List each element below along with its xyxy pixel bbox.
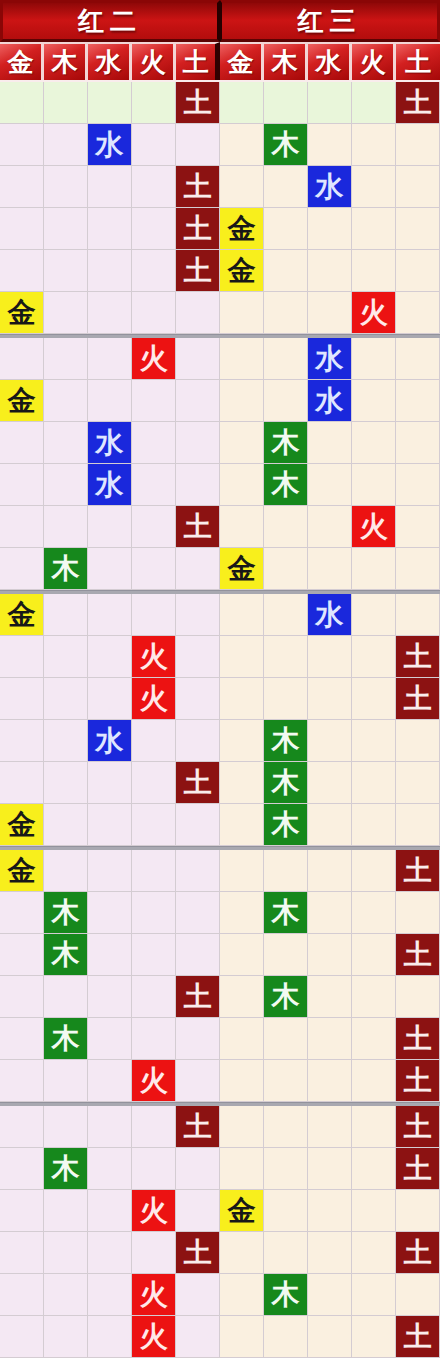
water-mark: 水 [88, 422, 132, 464]
empty-cell [132, 422, 176, 464]
empty-cell [264, 338, 308, 380]
wood-mark: 木 [264, 804, 308, 846]
empty-cell [88, 1018, 132, 1060]
metal-mark: 金 [0, 292, 44, 334]
table-row: 水木 [0, 124, 440, 166]
column-header-fire-hong-er: 火 [132, 42, 176, 80]
empty-cell [176, 892, 220, 934]
empty-cell [220, 678, 264, 720]
empty-cell [176, 1060, 220, 1102]
empty-cell [220, 976, 264, 1018]
earth-mark: 土 [396, 1232, 440, 1274]
empty-cell [44, 82, 88, 124]
table-row: 木土 [0, 1148, 440, 1190]
empty-cell [396, 594, 440, 636]
empty-cell [264, 250, 308, 292]
column-header-earth-hong-san: 土 [396, 42, 440, 80]
empty-cell [176, 1274, 220, 1316]
earth-mark: 土 [176, 166, 220, 208]
empty-cell [44, 850, 88, 892]
empty-cell [308, 636, 352, 678]
earth-mark: 土 [396, 1018, 440, 1060]
empty-cell [0, 1060, 44, 1102]
empty-cell [308, 548, 352, 590]
empty-cell [0, 250, 44, 292]
empty-cell [132, 1232, 176, 1274]
empty-cell [220, 506, 264, 548]
table-row: 土土 [0, 1106, 440, 1148]
empty-cell [88, 166, 132, 208]
empty-cell [44, 1274, 88, 1316]
empty-cell [88, 208, 132, 250]
empty-cell [0, 934, 44, 976]
empty-cell [352, 166, 396, 208]
empty-cell [220, 594, 264, 636]
empty-cell [132, 1106, 176, 1148]
trend-grid: 土土水木土水土金土金金火火水金水水木水木土火木金金水火土火土水木土木金木金土木木… [0, 82, 440, 1358]
empty-cell [44, 594, 88, 636]
fire-mark: 火 [352, 292, 396, 334]
earth-mark: 土 [396, 850, 440, 892]
empty-cell [44, 250, 88, 292]
empty-cell [352, 762, 396, 804]
group-header-hong-san: 红三 [220, 0, 440, 42]
empty-cell [44, 1316, 88, 1358]
earth-mark: 土 [176, 82, 220, 124]
empty-cell [220, 850, 264, 892]
empty-cell [44, 804, 88, 846]
empty-cell [308, 1018, 352, 1060]
empty-cell [132, 548, 176, 590]
table-row: 水木 [0, 422, 440, 464]
empty-cell [308, 464, 352, 506]
table-row: 金土 [0, 850, 440, 892]
earth-mark: 土 [396, 1060, 440, 1102]
table-row: 火土 [0, 1060, 440, 1102]
table-row: 木木 [0, 892, 440, 934]
empty-cell [220, 720, 264, 762]
empty-cell [44, 506, 88, 548]
empty-cell [220, 1274, 264, 1316]
empty-cell [88, 976, 132, 1018]
earth-mark: 土 [176, 1106, 220, 1148]
water-mark: 水 [88, 464, 132, 506]
water-mark: 水 [308, 380, 352, 422]
empty-cell [308, 720, 352, 762]
earth-mark: 土 [176, 506, 220, 548]
table-row: 金水 [0, 594, 440, 636]
column-header-water-hong-er: 水 [88, 42, 132, 80]
group-header-hong-er: 红二 [0, 0, 220, 42]
earth-mark: 土 [176, 250, 220, 292]
empty-cell [132, 1018, 176, 1060]
wood-mark: 木 [264, 464, 308, 506]
earth-mark: 土 [396, 1148, 440, 1190]
empty-cell [308, 1274, 352, 1316]
empty-cell [396, 720, 440, 762]
empty-cell [396, 422, 440, 464]
empty-cell [352, 548, 396, 590]
empty-cell [220, 422, 264, 464]
empty-cell [176, 934, 220, 976]
empty-cell [0, 636, 44, 678]
earth-mark: 土 [176, 976, 220, 1018]
empty-cell [396, 804, 440, 846]
empty-cell [220, 636, 264, 678]
empty-cell [308, 850, 352, 892]
empty-cell [308, 804, 352, 846]
empty-cell [396, 506, 440, 548]
wood-mark: 木 [264, 762, 308, 804]
wuxing-trend-chart: 红二 红三 金木水火土金木水火土 土土水木土水土金土金金火火水金水水木水木土火木… [0, 0, 440, 1358]
empty-cell [88, 804, 132, 846]
empty-cell [132, 594, 176, 636]
empty-cell [352, 380, 396, 422]
empty-cell [0, 82, 44, 124]
table-row: 土土 [0, 1232, 440, 1274]
empty-cell [0, 1316, 44, 1358]
earth-mark: 土 [176, 762, 220, 804]
empty-cell [308, 678, 352, 720]
empty-cell [0, 1232, 44, 1274]
empty-cell [264, 934, 308, 976]
empty-cell [220, 1018, 264, 1060]
fire-mark: 火 [132, 1316, 176, 1358]
table-row: 土金 [0, 208, 440, 250]
table-row: 金火 [0, 292, 440, 334]
wood-mark: 木 [44, 548, 88, 590]
table-row: 土土 [0, 82, 440, 124]
empty-cell [132, 292, 176, 334]
empty-cell [396, 250, 440, 292]
wood-mark: 木 [264, 124, 308, 166]
empty-cell [88, 934, 132, 976]
earth-mark: 土 [396, 82, 440, 124]
earth-mark: 土 [396, 1106, 440, 1148]
empty-cell [0, 548, 44, 590]
metal-mark: 金 [0, 850, 44, 892]
empty-cell [132, 976, 176, 1018]
empty-cell [132, 380, 176, 422]
empty-cell [308, 208, 352, 250]
fire-mark: 火 [132, 678, 176, 720]
empty-cell [88, 762, 132, 804]
wood-mark: 木 [44, 1148, 88, 1190]
empty-cell [352, 804, 396, 846]
empty-cell [264, 380, 308, 422]
earth-mark: 土 [396, 636, 440, 678]
empty-cell [352, 1232, 396, 1274]
empty-cell [132, 82, 176, 124]
empty-cell [308, 506, 352, 548]
empty-cell [396, 1190, 440, 1232]
empty-cell [308, 1232, 352, 1274]
empty-cell [132, 250, 176, 292]
empty-cell [264, 678, 308, 720]
empty-cell [264, 594, 308, 636]
empty-cell [352, 678, 396, 720]
empty-cell [352, 250, 396, 292]
empty-cell [44, 166, 88, 208]
empty-cell [352, 1106, 396, 1148]
empty-cell [44, 678, 88, 720]
empty-cell [0, 124, 44, 166]
empty-cell [396, 380, 440, 422]
empty-cell [396, 548, 440, 590]
empty-cell [352, 464, 396, 506]
column-header-metal-hong-san: 金 [220, 42, 264, 80]
empty-cell [88, 506, 132, 548]
table-row: 土木 [0, 762, 440, 804]
empty-cell [132, 934, 176, 976]
empty-cell [396, 464, 440, 506]
empty-cell [176, 1316, 220, 1358]
empty-cell [0, 976, 44, 1018]
empty-cell [220, 1106, 264, 1148]
empty-cell [0, 422, 44, 464]
empty-cell [352, 1060, 396, 1102]
empty-cell [176, 678, 220, 720]
empty-cell [44, 208, 88, 250]
empty-cell [88, 82, 132, 124]
table-row: 火土 [0, 636, 440, 678]
empty-cell [176, 338, 220, 380]
empty-cell [44, 1060, 88, 1102]
empty-cell [396, 338, 440, 380]
metal-mark: 金 [0, 380, 44, 422]
empty-cell [176, 464, 220, 506]
table-row: 水木 [0, 720, 440, 762]
group-header-row: 红二 红三 [0, 0, 440, 42]
empty-cell [220, 82, 264, 124]
table-row: 火水 [0, 338, 440, 380]
empty-cell [176, 124, 220, 166]
empty-cell [0, 208, 44, 250]
wood-mark: 木 [264, 892, 308, 934]
empty-cell [352, 850, 396, 892]
empty-cell [308, 292, 352, 334]
empty-cell [88, 292, 132, 334]
empty-cell [176, 380, 220, 422]
empty-cell [264, 208, 308, 250]
table-row: 土金 [0, 250, 440, 292]
empty-cell [44, 1232, 88, 1274]
empty-cell [308, 934, 352, 976]
empty-cell [352, 892, 396, 934]
empty-cell [308, 762, 352, 804]
empty-cell [44, 338, 88, 380]
table-row: 土木 [0, 976, 440, 1018]
water-mark: 水 [308, 338, 352, 380]
empty-cell [0, 464, 44, 506]
earth-mark: 土 [396, 934, 440, 976]
column-header-wood-hong-san: 木 [264, 42, 308, 80]
empty-cell [44, 464, 88, 506]
empty-cell [264, 1060, 308, 1102]
empty-cell [396, 762, 440, 804]
earth-mark: 土 [176, 1232, 220, 1274]
empty-cell [88, 548, 132, 590]
empty-cell [308, 250, 352, 292]
empty-cell [352, 338, 396, 380]
wood-mark: 木 [44, 934, 88, 976]
empty-cell [132, 506, 176, 548]
column-header-metal-hong-er: 金 [0, 42, 44, 80]
fire-mark: 火 [132, 338, 176, 380]
empty-cell [88, 250, 132, 292]
wood-mark: 木 [264, 422, 308, 464]
table-row: 土水 [0, 166, 440, 208]
empty-cell [264, 1316, 308, 1358]
empty-cell [132, 804, 176, 846]
empty-cell [308, 1148, 352, 1190]
empty-cell [0, 338, 44, 380]
empty-cell [396, 976, 440, 1018]
table-row: 火土 [0, 678, 440, 720]
empty-cell [220, 934, 264, 976]
table-row: 水木 [0, 464, 440, 506]
empty-cell [88, 1274, 132, 1316]
empty-cell [396, 292, 440, 334]
empty-cell [308, 1060, 352, 1102]
empty-cell [352, 1148, 396, 1190]
empty-cell [44, 1106, 88, 1148]
empty-cell [132, 166, 176, 208]
empty-cell [0, 1106, 44, 1148]
empty-cell [220, 166, 264, 208]
metal-mark: 金 [220, 1190, 264, 1232]
empty-cell [352, 976, 396, 1018]
empty-cell [44, 720, 88, 762]
empty-cell [308, 422, 352, 464]
table-row: 金木 [0, 804, 440, 846]
empty-cell [264, 1106, 308, 1148]
empty-cell [352, 636, 396, 678]
fire-mark: 火 [132, 636, 176, 678]
table-row: 金水 [0, 380, 440, 422]
metal-mark: 金 [220, 250, 264, 292]
empty-cell [88, 678, 132, 720]
empty-cell [220, 338, 264, 380]
table-row: 火金 [0, 1190, 440, 1232]
empty-cell [0, 1018, 44, 1060]
table-row: 火土 [0, 1316, 440, 1358]
empty-cell [88, 338, 132, 380]
empty-cell [220, 464, 264, 506]
empty-cell [44, 124, 88, 166]
water-mark: 水 [88, 720, 132, 762]
empty-cell [132, 720, 176, 762]
column-header-fire-hong-san: 火 [352, 42, 396, 80]
empty-cell [176, 636, 220, 678]
empty-cell [264, 292, 308, 334]
fire-mark: 火 [132, 1190, 176, 1232]
empty-cell [308, 124, 352, 166]
empty-cell [88, 1148, 132, 1190]
wood-mark: 木 [44, 1018, 88, 1060]
empty-cell [0, 1274, 44, 1316]
empty-cell [352, 1274, 396, 1316]
empty-cell [396, 124, 440, 166]
column-header-earth-hong-er: 土 [176, 42, 220, 80]
empty-cell [0, 720, 44, 762]
empty-cell [308, 82, 352, 124]
empty-cell [308, 1106, 352, 1148]
empty-cell [88, 850, 132, 892]
empty-cell [44, 976, 88, 1018]
empty-cell [132, 762, 176, 804]
wood-mark: 木 [264, 1274, 308, 1316]
empty-cell [264, 1148, 308, 1190]
empty-cell [176, 720, 220, 762]
empty-cell [0, 506, 44, 548]
empty-cell [0, 892, 44, 934]
empty-cell [352, 594, 396, 636]
empty-cell [396, 1274, 440, 1316]
empty-cell [88, 380, 132, 422]
empty-cell [220, 1316, 264, 1358]
empty-cell [88, 594, 132, 636]
empty-cell [308, 892, 352, 934]
empty-cell [132, 892, 176, 934]
empty-cell [220, 292, 264, 334]
empty-cell [44, 422, 88, 464]
wood-mark: 木 [264, 720, 308, 762]
empty-cell [132, 1148, 176, 1190]
empty-cell [264, 636, 308, 678]
empty-cell [88, 1316, 132, 1358]
empty-cell [352, 1018, 396, 1060]
empty-cell [176, 850, 220, 892]
empty-cell [264, 506, 308, 548]
metal-mark: 金 [220, 548, 264, 590]
empty-cell [44, 292, 88, 334]
empty-cell [220, 804, 264, 846]
empty-cell [176, 594, 220, 636]
element-header-row: 金木水火土金木水火土 [0, 42, 440, 82]
empty-cell [176, 1018, 220, 1060]
empty-cell [0, 678, 44, 720]
metal-mark: 金 [0, 594, 44, 636]
wood-mark: 木 [44, 892, 88, 934]
empty-cell [132, 124, 176, 166]
earth-mark: 土 [396, 1316, 440, 1358]
fire-mark: 火 [352, 506, 396, 548]
empty-cell [396, 208, 440, 250]
empty-cell [176, 292, 220, 334]
empty-cell [264, 166, 308, 208]
metal-mark: 金 [220, 208, 264, 250]
water-mark: 水 [308, 166, 352, 208]
empty-cell [0, 1148, 44, 1190]
empty-cell [176, 804, 220, 846]
earth-mark: 土 [396, 678, 440, 720]
empty-cell [264, 850, 308, 892]
empty-cell [176, 422, 220, 464]
empty-cell [132, 208, 176, 250]
empty-cell [44, 380, 88, 422]
table-row: 木土 [0, 934, 440, 976]
empty-cell [88, 892, 132, 934]
empty-cell [352, 422, 396, 464]
empty-cell [132, 850, 176, 892]
empty-cell [352, 720, 396, 762]
empty-cell [264, 1190, 308, 1232]
empty-cell [88, 1060, 132, 1102]
table-row: 木土 [0, 1018, 440, 1060]
empty-cell [0, 1190, 44, 1232]
empty-cell [88, 636, 132, 678]
